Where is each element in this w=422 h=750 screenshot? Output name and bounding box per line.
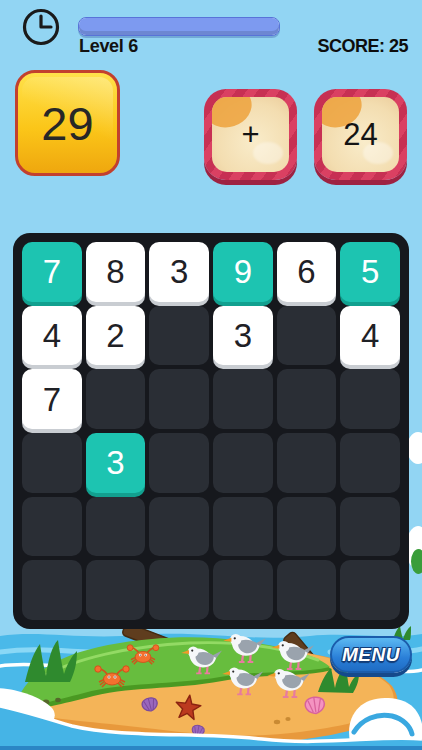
board-cell-r4c5	[277, 433, 337, 493]
operand-tile[interactable]: 24	[314, 89, 407, 180]
board-cell-r3c6	[340, 369, 400, 429]
cell-number: 4	[43, 319, 61, 352]
cell-number: 8	[106, 255, 124, 288]
target-number: 29	[41, 96, 93, 151]
timer-progress-fill	[79, 18, 279, 35]
board-cell-r5c3	[149, 497, 209, 557]
board-cell-r6c1	[22, 560, 82, 620]
timer-progress-bar	[78, 17, 280, 36]
board-cell-r4c3	[149, 433, 209, 493]
operator-tile-face: +	[212, 97, 289, 172]
board-cell-r1c6[interactable]: 5	[340, 242, 400, 302]
cell-number: 9	[234, 255, 252, 288]
foliage-right-edge	[411, 549, 422, 574]
board-cell-r6c5	[277, 560, 337, 620]
board-cell-r5c5	[277, 497, 337, 557]
sand-spot	[285, 717, 290, 721]
board-cell-r5c6	[340, 497, 400, 557]
board-cell-r1c2[interactable]: 8	[86, 242, 146, 302]
board-cell-r5c2	[86, 497, 146, 557]
cell-number: 3	[234, 319, 252, 352]
operand-tile-face: 24	[322, 97, 399, 172]
menu-button[interactable]: MENU	[330, 636, 412, 673]
level-label: Level 6	[79, 36, 138, 57]
board-cell-r3c4	[213, 369, 273, 429]
board-cell-r3c1[interactable]: 7	[22, 369, 82, 429]
board-cell-r1c4[interactable]: 9	[213, 242, 273, 302]
board-cell-r4c1	[22, 433, 82, 493]
board-cell-r6c6	[340, 560, 400, 620]
sand-spot	[274, 720, 280, 724]
operand-number: 24	[343, 117, 377, 153]
board-grid: 783965423473	[22, 242, 400, 620]
board-cell-r5c4	[213, 497, 273, 557]
board-cell-r2c1[interactable]: 4	[22, 306, 82, 366]
board-cell-r2c2[interactable]: 2	[86, 306, 146, 366]
score-label: SCORE: 25	[317, 36, 408, 57]
game-screen: Level 6 SCORE: 25 29 + 24 783965423473	[0, 0, 422, 750]
cell-number: 5	[361, 255, 379, 288]
cloud-right-upper	[407, 432, 422, 464]
menu-button-label: MENU	[342, 644, 400, 666]
pebble	[55, 698, 61, 702]
operator-symbol: +	[241, 117, 259, 153]
beach-scene	[0, 610, 422, 750]
board-cell-r1c1[interactable]: 7	[22, 242, 82, 302]
board-cell-r4c2[interactable]: 3	[86, 433, 146, 493]
cell-number: 4	[361, 319, 379, 352]
board-cell-r6c4	[213, 560, 273, 620]
cell-number: 6	[297, 255, 315, 288]
board-cell-r1c3[interactable]: 3	[149, 242, 209, 302]
board-cell-r3c2	[86, 369, 146, 429]
cell-number: 7	[43, 383, 61, 416]
board-cell-r2c6[interactable]: 4	[340, 306, 400, 366]
board-cell-r2c5	[277, 306, 337, 366]
board-cell-r1c5[interactable]: 6	[277, 242, 337, 302]
board-cell-r3c5	[277, 369, 337, 429]
board-cell-r4c6	[340, 433, 400, 493]
board-cell-r6c3	[149, 560, 209, 620]
clock-icon	[19, 5, 63, 49]
board-cell-r2c3	[149, 306, 209, 366]
operator-tile[interactable]: +	[204, 89, 297, 180]
cell-number: 3	[106, 446, 124, 479]
cell-number: 3	[170, 255, 188, 288]
cell-number: 2	[106, 319, 124, 352]
board-cell-r3c3	[149, 369, 209, 429]
board-cell-r6c2	[86, 560, 146, 620]
cell-number: 7	[43, 255, 61, 288]
board-cell-r4c4	[213, 433, 273, 493]
puzzle-board: 783965423473	[13, 233, 409, 629]
board-cell-r5c1	[22, 497, 82, 557]
target-number-tile: 29	[15, 70, 120, 176]
board-cell-r2c4[interactable]: 3	[213, 306, 273, 366]
